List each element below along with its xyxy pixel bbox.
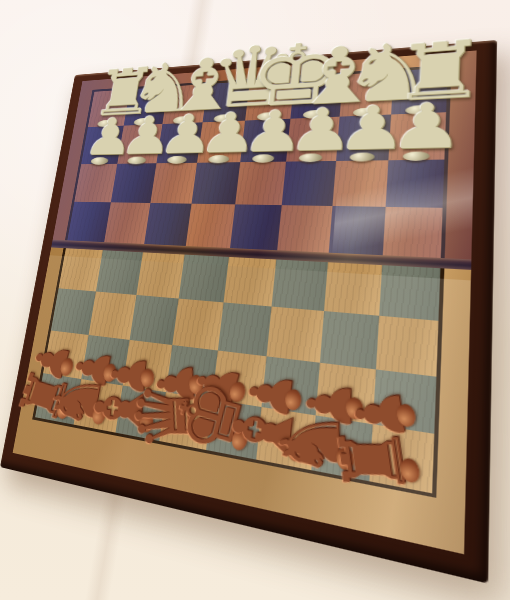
square-b7[interactable]: ♟ <box>118 124 162 163</box>
square-g3[interactable] <box>319 311 378 369</box>
square-d6[interactable] <box>191 162 240 204</box>
board-top-half: ♜♞♝♛♚♝♞♜♟♟♟♟♟♟♟♟ <box>53 50 477 259</box>
board-grid-top: ♜♞♝♛♚♝♞♜♟♟♟♟♟♟♟♟ <box>67 67 447 257</box>
square-g5[interactable] <box>328 206 385 255</box>
square-b6[interactable] <box>111 163 156 203</box>
board-grid-bottom: ♟♟♟♟♟♟♟♟♜♞♝♛♚♝♞♜ <box>35 248 440 493</box>
square-b5[interactable] <box>104 202 150 244</box>
square-d5[interactable] <box>186 203 236 248</box>
square-b4[interactable] <box>96 250 142 295</box>
square-g7[interactable]: ♟ <box>336 115 391 161</box>
board-border-line-bottom: ♟♟♟♟♟♟♟♟♜♞♝♛♚♝♞♜ <box>32 248 444 498</box>
photo-scene: ♜♞♝♛♚♝♞♜♟♟♟♟♟♟♟♟ ♟♟♟♟♟♟♟♟♜♞♝♛♚♝♞♜ <box>0 0 510 600</box>
piece-copper-rook-h1[interactable]: ♜ <box>329 442 421 499</box>
square-f7[interactable]: ♟ <box>286 117 339 161</box>
piece-silver-pawn-f7[interactable]: ♟ <box>287 100 341 159</box>
square-f5[interactable] <box>277 205 331 253</box>
square-f6[interactable] <box>282 161 336 206</box>
square-c3[interactable] <box>129 295 178 344</box>
square-d7[interactable]: ♟ <box>197 121 245 163</box>
square-h7[interactable]: ♟ <box>388 112 446 159</box>
board-border-line-top: ♜♞♝♛♚♝♞♜♟♟♟♟♟♟♟♟ <box>65 65 452 259</box>
square-c4[interactable] <box>136 252 184 298</box>
square-e4[interactable] <box>224 257 277 307</box>
piece-silver-pawn-h7[interactable]: ♟ <box>388 95 447 158</box>
square-h3[interactable] <box>376 316 439 376</box>
piece-silver-pawn-e7[interactable]: ♟ <box>240 103 292 160</box>
square-b3[interactable] <box>89 292 136 340</box>
square-g4[interactable] <box>323 262 381 316</box>
square-e3[interactable] <box>218 303 272 356</box>
square-e6[interactable] <box>235 161 286 205</box>
chess-board: ♜♞♝♛♚♝♞♜♟♟♟♟♟♟♟♟ ♟♟♟♟♟♟♟♟♜♞♝♛♚♝♞♜ <box>0 40 497 584</box>
square-c6[interactable] <box>150 162 197 203</box>
board-frame: ♜♞♝♛♚♝♞♜♟♟♟♟♟♟♟♟ ♟♟♟♟♟♟♟♟♜♞♝♛♚♝♞♜ <box>0 40 497 584</box>
square-c7[interactable]: ♟ <box>156 123 202 163</box>
piece-silver-pawn-g7[interactable]: ♟ <box>336 97 392 158</box>
square-h5[interactable] <box>382 207 442 258</box>
square-h4[interactable] <box>379 265 441 321</box>
square-f3[interactable] <box>267 307 324 362</box>
board-bottom-half: ♟♟♟♟♟♟♟♟♜♞♝♛♚♝♞♜ <box>13 247 472 554</box>
square-h6[interactable] <box>385 159 444 207</box>
square-d4[interactable] <box>178 255 229 303</box>
square-g6[interactable] <box>332 160 388 207</box>
square-f4[interactable] <box>272 259 328 311</box>
square-e5[interactable] <box>230 204 282 250</box>
square-e7[interactable]: ♟ <box>240 119 290 162</box>
square-c5[interactable] <box>144 203 192 246</box>
square-d3[interactable] <box>172 299 223 350</box>
piece-silver-pawn-d7[interactable]: ♟ <box>197 105 247 161</box>
square-h1[interactable]: ♜ <box>369 424 434 493</box>
